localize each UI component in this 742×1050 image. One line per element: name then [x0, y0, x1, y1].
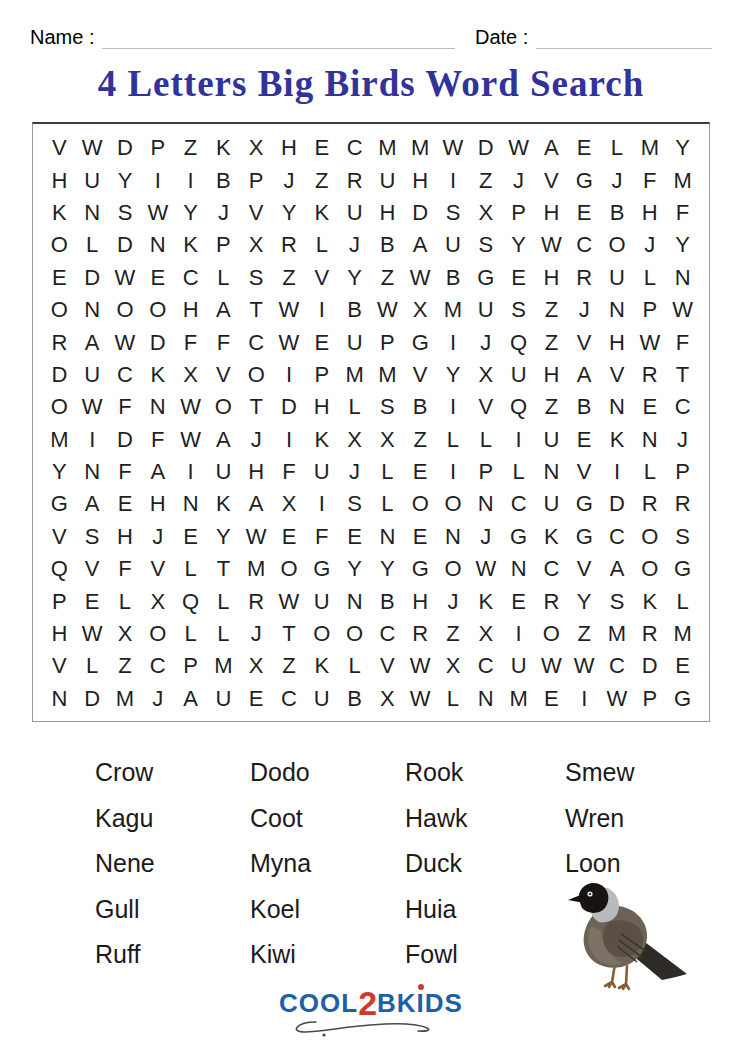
grid-cell-r1c1[interactable]: V: [43, 132, 76, 164]
grid-cell-r10c19[interactable]: N: [633, 424, 666, 456]
grid-cell-r11c2[interactable]: N: [76, 456, 109, 488]
grid-cell-r13c13[interactable]: N: [437, 521, 470, 553]
grid-cell-r10c13[interactable]: L: [437, 424, 470, 456]
grid-cell-r11c18[interactable]: I: [601, 456, 634, 488]
grid-cell-r2c11[interactable]: U: [371, 164, 404, 196]
grid-cell-r8c15[interactable]: U: [502, 359, 535, 391]
grid-cell-r3c8[interactable]: Y: [273, 197, 306, 229]
grid-cell-r8c12[interactable]: V: [404, 359, 437, 391]
grid-cell-r17c3[interactable]: Z: [109, 650, 142, 682]
grid-cell-r17c2[interactable]: L: [76, 650, 109, 682]
grid-cell-r7c16[interactable]: Z: [535, 326, 568, 358]
grid-cell-r15c13[interactable]: J: [437, 585, 470, 617]
grid-cell-r8c6[interactable]: V: [207, 359, 240, 391]
grid-cell-r16c15[interactable]: I: [502, 618, 535, 650]
grid-cell-r3c10[interactable]: U: [338, 197, 371, 229]
grid-cell-r10c1[interactable]: M: [43, 424, 76, 456]
grid-cell-r3c16[interactable]: H: [535, 197, 568, 229]
grid-cell-r12c6[interactable]: K: [207, 488, 240, 520]
grid-cell-r7c17[interactable]: V: [568, 326, 601, 358]
grid-cell-r3c7[interactable]: V: [240, 197, 273, 229]
grid-cell-r2c15[interactable]: J: [502, 164, 535, 196]
grid-cell-r9c3[interactable]: F: [109, 391, 142, 423]
grid-cell-r6c7[interactable]: T: [240, 294, 273, 326]
grid-cell-r13c16[interactable]: K: [535, 521, 568, 553]
grid-cell-r2c4[interactable]: I: [141, 164, 174, 196]
grid-cell-r12c2[interactable]: A: [76, 488, 109, 520]
grid-cell-r4c14[interactable]: S: [469, 229, 502, 261]
grid-cell-r14c16[interactable]: C: [535, 553, 568, 585]
grid-cell-r2c20[interactable]: M: [666, 164, 699, 196]
grid-cell-r3c9[interactable]: K: [305, 197, 338, 229]
grid-cell-r14c12[interactable]: G: [404, 553, 437, 585]
grid-cell-r7c13[interactable]: I: [437, 326, 470, 358]
grid-cell-r5c4[interactable]: E: [141, 262, 174, 294]
grid-cell-r13c20[interactable]: S: [666, 521, 699, 553]
grid-cell-r11c8[interactable]: F: [273, 456, 306, 488]
grid-cell-r9c8[interactable]: D: [273, 391, 306, 423]
grid-cell-r9c2[interactable]: W: [76, 391, 109, 423]
grid-cell-r10c4[interactable]: F: [141, 424, 174, 456]
grid-cell-r4c20[interactable]: Y: [666, 229, 699, 261]
grid-cell-r5c2[interactable]: D: [76, 262, 109, 294]
grid-cell-r15c1[interactable]: P: [43, 585, 76, 617]
grid-cell-r11c10[interactable]: J: [338, 456, 371, 488]
grid-cell-r4c17[interactable]: C: [568, 229, 601, 261]
grid-cell-r1c11[interactable]: M: [371, 132, 404, 164]
grid-cell-r9c14[interactable]: V: [469, 391, 502, 423]
grid-cell-r8c9[interactable]: P: [305, 359, 338, 391]
grid-cell-r16c4[interactable]: O: [141, 618, 174, 650]
grid-cell-r9c6[interactable]: O: [207, 391, 240, 423]
grid-cell-r15c18[interactable]: S: [601, 585, 634, 617]
grid-cell-r6c20[interactable]: W: [666, 294, 699, 326]
grid-cell-r12c17[interactable]: G: [568, 488, 601, 520]
grid-cell-r5c17[interactable]: R: [568, 262, 601, 294]
grid-cell-r18c14[interactable]: N: [469, 683, 502, 715]
grid-cell-r4c11[interactable]: B: [371, 229, 404, 261]
grid-cell-r15c14[interactable]: K: [469, 585, 502, 617]
grid-cell-r16c5[interactable]: L: [174, 618, 207, 650]
grid-cell-r1c2[interactable]: W: [76, 132, 109, 164]
grid-cell-r8c4[interactable]: K: [141, 359, 174, 391]
grid-cell-r18c15[interactable]: M: [502, 683, 535, 715]
grid-cell-r4c9[interactable]: L: [305, 229, 338, 261]
grid-cell-r10c6[interactable]: A: [207, 424, 240, 456]
grid-cell-r6c6[interactable]: A: [207, 294, 240, 326]
grid-cell-r9c11[interactable]: S: [371, 391, 404, 423]
grid-cell-r12c9[interactable]: I: [305, 488, 338, 520]
grid-cell-r4c1[interactable]: O: [43, 229, 76, 261]
grid-cell-r5c9[interactable]: V: [305, 262, 338, 294]
grid-cell-r11c17[interactable]: V: [568, 456, 601, 488]
grid-cell-r17c16[interactable]: W: [535, 650, 568, 682]
grid-cell-r6c8[interactable]: W: [273, 294, 306, 326]
grid-cell-r15c6[interactable]: L: [207, 585, 240, 617]
grid-cell-r9c12[interactable]: B: [404, 391, 437, 423]
grid-cell-r1c10[interactable]: C: [338, 132, 371, 164]
grid-cell-r16c13[interactable]: Z: [437, 618, 470, 650]
grid-cell-r6c9[interactable]: I: [305, 294, 338, 326]
grid-cell-r16c6[interactable]: L: [207, 618, 240, 650]
grid-cell-r13c12[interactable]: E: [404, 521, 437, 553]
grid-cell-r17c7[interactable]: X: [240, 650, 273, 682]
grid-cell-r10c3[interactable]: D: [109, 424, 142, 456]
grid-cell-r1c4[interactable]: P: [141, 132, 174, 164]
grid-cell-r12c20[interactable]: R: [666, 488, 699, 520]
grid-cell-r18c17[interactable]: I: [568, 683, 601, 715]
grid-cell-r11c4[interactable]: A: [141, 456, 174, 488]
grid-cell-r1c3[interactable]: D: [109, 132, 142, 164]
grid-cell-r10c5[interactable]: W: [174, 424, 207, 456]
grid-cell-r6c18[interactable]: N: [601, 294, 634, 326]
grid-cell-r11c3[interactable]: F: [109, 456, 142, 488]
grid-cell-r14c8[interactable]: O: [273, 553, 306, 585]
grid-cell-r17c5[interactable]: P: [174, 650, 207, 682]
grid-cell-r7c6[interactable]: F: [207, 326, 240, 358]
grid-cell-r7c3[interactable]: W: [109, 326, 142, 358]
grid-cell-r11c6[interactable]: U: [207, 456, 240, 488]
date-input-line[interactable]: [536, 26, 712, 49]
grid-cell-r14c20[interactable]: G: [666, 553, 699, 585]
grid-cell-r14c2[interactable]: V: [76, 553, 109, 585]
grid-cell-r17c20[interactable]: E: [666, 650, 699, 682]
grid-cell-r10c17[interactable]: E: [568, 424, 601, 456]
grid-cell-r6c1[interactable]: O: [43, 294, 76, 326]
grid-cell-r11c20[interactable]: P: [666, 456, 699, 488]
grid-cell-r16c1[interactable]: H: [43, 618, 76, 650]
grid-cell-r6c19[interactable]: P: [633, 294, 666, 326]
grid-cell-r8c1[interactable]: D: [43, 359, 76, 391]
grid-cell-r7c1[interactable]: R: [43, 326, 76, 358]
grid-cell-r8c18[interactable]: V: [601, 359, 634, 391]
grid-cell-r6c4[interactable]: O: [141, 294, 174, 326]
grid-cell-r1c19[interactable]: M: [633, 132, 666, 164]
grid-cell-r17c8[interactable]: Z: [273, 650, 306, 682]
grid-cell-r13c2[interactable]: S: [76, 521, 109, 553]
grid-cell-r8c7[interactable]: O: [240, 359, 273, 391]
grid-cell-r10c15[interactable]: I: [502, 424, 535, 456]
grid-cell-r3c4[interactable]: W: [141, 197, 174, 229]
grid-cell-r13c4[interactable]: J: [141, 521, 174, 553]
grid-cell-r9c18[interactable]: N: [601, 391, 634, 423]
grid-cell-r11c16[interactable]: N: [535, 456, 568, 488]
grid-cell-r18c18[interactable]: W: [601, 683, 634, 715]
grid-cell-r6c11[interactable]: W: [371, 294, 404, 326]
grid-cell-r18c9[interactable]: U: [305, 683, 338, 715]
grid-cell-r9c16[interactable]: Z: [535, 391, 568, 423]
grid-cell-r3c17[interactable]: E: [568, 197, 601, 229]
grid-cell-r5c5[interactable]: C: [174, 262, 207, 294]
grid-cell-r13c9[interactable]: F: [305, 521, 338, 553]
grid-cell-r3c20[interactable]: F: [666, 197, 699, 229]
grid-cell-r4c4[interactable]: N: [141, 229, 174, 261]
grid-cell-r4c16[interactable]: W: [535, 229, 568, 261]
grid-cell-r2c1[interactable]: H: [43, 164, 76, 196]
grid-cell-r13c18[interactable]: C: [601, 521, 634, 553]
grid-cell-r1c13[interactable]: W: [437, 132, 470, 164]
grid-cell-r12c12[interactable]: O: [404, 488, 437, 520]
grid-cell-r17c12[interactable]: W: [404, 650, 437, 682]
grid-cell-r11c1[interactable]: Y: [43, 456, 76, 488]
grid-cell-r13c8[interactable]: E: [273, 521, 306, 553]
grid-cell-r8c8[interactable]: I: [273, 359, 306, 391]
grid-cell-r18c1[interactable]: N: [43, 683, 76, 715]
grid-cell-r11c19[interactable]: L: [633, 456, 666, 488]
grid-cell-r2c17[interactable]: G: [568, 164, 601, 196]
grid-cell-r5c10[interactable]: Y: [338, 262, 371, 294]
grid-cell-r14c15[interactable]: N: [502, 553, 535, 585]
grid-cell-r4c5[interactable]: K: [174, 229, 207, 261]
grid-cell-r6c17[interactable]: J: [568, 294, 601, 326]
grid-cell-r15c9[interactable]: U: [305, 585, 338, 617]
grid-cell-r15c10[interactable]: N: [338, 585, 371, 617]
grid-cell-r2c8[interactable]: J: [273, 164, 306, 196]
grid-cell-r16c19[interactable]: R: [633, 618, 666, 650]
grid-cell-r13c15[interactable]: G: [502, 521, 535, 553]
grid-cell-r11c15[interactable]: L: [502, 456, 535, 488]
grid-cell-r14c11[interactable]: Y: [371, 553, 404, 585]
grid-cell-r2c12[interactable]: H: [404, 164, 437, 196]
grid-cell-r16c14[interactable]: X: [469, 618, 502, 650]
grid-cell-r14c19[interactable]: O: [633, 553, 666, 585]
grid-cell-r10c18[interactable]: K: [601, 424, 634, 456]
grid-cell-r5c14[interactable]: G: [469, 262, 502, 294]
grid-cell-r17c18[interactable]: C: [601, 650, 634, 682]
grid-cell-r5c19[interactable]: L: [633, 262, 666, 294]
grid-cell-r11c5[interactable]: I: [174, 456, 207, 488]
grid-cell-r14c5[interactable]: L: [174, 553, 207, 585]
grid-cell-r4c18[interactable]: O: [601, 229, 634, 261]
grid-cell-r12c14[interactable]: N: [469, 488, 502, 520]
grid-cell-r17c13[interactable]: X: [437, 650, 470, 682]
grid-cell-r5c11[interactable]: Z: [371, 262, 404, 294]
grid-cell-r2c13[interactable]: I: [437, 164, 470, 196]
grid-cell-r7c15[interactable]: Q: [502, 326, 535, 358]
grid-cell-r12c16[interactable]: U: [535, 488, 568, 520]
grid-cell-r12c18[interactable]: D: [601, 488, 634, 520]
grid-cell-r15c8[interactable]: W: [273, 585, 306, 617]
grid-cell-r13c7[interactable]: W: [240, 521, 273, 553]
grid-cell-r17c10[interactable]: L: [338, 650, 371, 682]
grid-cell-r18c5[interactable]: A: [174, 683, 207, 715]
grid-cell-r7c14[interactable]: J: [469, 326, 502, 358]
grid-cell-r10c9[interactable]: K: [305, 424, 338, 456]
grid-cell-r4c15[interactable]: Y: [502, 229, 535, 261]
grid-cell-r18c3[interactable]: M: [109, 683, 142, 715]
grid-cell-r2c14[interactable]: Z: [469, 164, 502, 196]
grid-cell-r4c2[interactable]: L: [76, 229, 109, 261]
grid-cell-r14c7[interactable]: M: [240, 553, 273, 585]
grid-cell-r9c15[interactable]: Q: [502, 391, 535, 423]
grid-cell-r1c15[interactable]: W: [502, 132, 535, 164]
grid-cell-r3c19[interactable]: H: [633, 197, 666, 229]
grid-cell-r15c17[interactable]: Y: [568, 585, 601, 617]
grid-cell-r3c14[interactable]: X: [469, 197, 502, 229]
grid-cell-r12c11[interactable]: L: [371, 488, 404, 520]
grid-cell-r12c5[interactable]: N: [174, 488, 207, 520]
grid-cell-r14c1[interactable]: Q: [43, 553, 76, 585]
grid-cell-r4c13[interactable]: U: [437, 229, 470, 261]
grid-cell-r18c20[interactable]: G: [666, 683, 699, 715]
grid-cell-r16c7[interactable]: J: [240, 618, 273, 650]
grid-cell-r15c5[interactable]: Q: [174, 585, 207, 617]
grid-cell-r14c4[interactable]: V: [141, 553, 174, 585]
grid-cell-r8c14[interactable]: X: [469, 359, 502, 391]
grid-cell-r8c11[interactable]: M: [371, 359, 404, 391]
grid-cell-r2c3[interactable]: Y: [109, 164, 142, 196]
grid-cell-r7c19[interactable]: W: [633, 326, 666, 358]
grid-cell-r7c12[interactable]: G: [404, 326, 437, 358]
grid-cell-r2c9[interactable]: Z: [305, 164, 338, 196]
grid-cell-r4c6[interactable]: P: [207, 229, 240, 261]
grid-cell-r13c1[interactable]: V: [43, 521, 76, 553]
grid-cell-r6c5[interactable]: H: [174, 294, 207, 326]
grid-cell-r7c7[interactable]: C: [240, 326, 273, 358]
grid-cell-r1c18[interactable]: L: [601, 132, 634, 164]
grid-cell-r13c19[interactable]: O: [633, 521, 666, 553]
grid-cell-r7c20[interactable]: F: [666, 326, 699, 358]
grid-cell-r1c7[interactable]: X: [240, 132, 273, 164]
grid-cell-r18c19[interactable]: P: [633, 683, 666, 715]
grid-cell-r16c10[interactable]: O: [338, 618, 371, 650]
grid-cell-r10c11[interactable]: X: [371, 424, 404, 456]
grid-cell-r14c13[interactable]: O: [437, 553, 470, 585]
grid-cell-r17c4[interactable]: C: [141, 650, 174, 682]
grid-cell-r14c9[interactable]: G: [305, 553, 338, 585]
grid-cell-r1c14[interactable]: D: [469, 132, 502, 164]
grid-cell-r10c14[interactable]: L: [469, 424, 502, 456]
grid-cell-r9c13[interactable]: I: [437, 391, 470, 423]
grid-cell-r11c11[interactable]: L: [371, 456, 404, 488]
grid-cell-r2c10[interactable]: R: [338, 164, 371, 196]
grid-cell-r12c10[interactable]: S: [338, 488, 371, 520]
grid-cell-r10c2[interactable]: I: [76, 424, 109, 456]
grid-cell-r2c2[interactable]: U: [76, 164, 109, 196]
grid-cell-r1c9[interactable]: E: [305, 132, 338, 164]
grid-cell-r16c17[interactable]: Z: [568, 618, 601, 650]
name-input-line[interactable]: [102, 26, 455, 49]
grid-cell-r12c8[interactable]: X: [273, 488, 306, 520]
grid-cell-r16c20[interactable]: M: [666, 618, 699, 650]
grid-cell-r13c3[interactable]: H: [109, 521, 142, 553]
grid-cell-r3c1[interactable]: K: [43, 197, 76, 229]
grid-cell-r15c7[interactable]: R: [240, 585, 273, 617]
grid-cell-r18c6[interactable]: U: [207, 683, 240, 715]
grid-cell-r9c4[interactable]: N: [141, 391, 174, 423]
grid-cell-r12c15[interactable]: C: [502, 488, 535, 520]
grid-cell-r6c10[interactable]: B: [338, 294, 371, 326]
grid-cell-r16c8[interactable]: T: [273, 618, 306, 650]
grid-cell-r18c2[interactable]: D: [76, 683, 109, 715]
grid-cell-r8c10[interactable]: M: [338, 359, 371, 391]
grid-cell-r2c19[interactable]: F: [633, 164, 666, 196]
grid-cell-r1c8[interactable]: H: [273, 132, 306, 164]
grid-cell-r8c2[interactable]: U: [76, 359, 109, 391]
grid-cell-r1c5[interactable]: Z: [174, 132, 207, 164]
grid-cell-r9c1[interactable]: O: [43, 391, 76, 423]
grid-cell-r5c3[interactable]: W: [109, 262, 142, 294]
grid-cell-r7c2[interactable]: A: [76, 326, 109, 358]
grid-cell-r14c17[interactable]: V: [568, 553, 601, 585]
grid-cell-r6c15[interactable]: S: [502, 294, 535, 326]
grid-cell-r5c18[interactable]: U: [601, 262, 634, 294]
grid-cell-r17c11[interactable]: V: [371, 650, 404, 682]
grid-cell-r3c13[interactable]: S: [437, 197, 470, 229]
grid-cell-r3c15[interactable]: P: [502, 197, 535, 229]
grid-cell-r16c3[interactable]: X: [109, 618, 142, 650]
grid-cell-r16c11[interactable]: C: [371, 618, 404, 650]
grid-cell-r5c8[interactable]: Z: [273, 262, 306, 294]
grid-cell-r3c6[interactable]: J: [207, 197, 240, 229]
grid-cell-r10c7[interactable]: J: [240, 424, 273, 456]
grid-cell-r9c17[interactable]: B: [568, 391, 601, 423]
grid-cell-r13c6[interactable]: Y: [207, 521, 240, 553]
grid-cell-r1c17[interactable]: E: [568, 132, 601, 164]
grid-cell-r9c20[interactable]: C: [666, 391, 699, 423]
grid-cell-r11c12[interactable]: E: [404, 456, 437, 488]
grid-cell-r4c12[interactable]: A: [404, 229, 437, 261]
grid-cell-r17c9[interactable]: K: [305, 650, 338, 682]
grid-cell-r8c20[interactable]: T: [666, 359, 699, 391]
grid-cell-r8c5[interactable]: X: [174, 359, 207, 391]
grid-cell-r18c7[interactable]: E: [240, 683, 273, 715]
grid-cell-r17c6[interactable]: M: [207, 650, 240, 682]
grid-cell-r16c2[interactable]: W: [76, 618, 109, 650]
grid-cell-r8c19[interactable]: R: [633, 359, 666, 391]
grid-cell-r2c5[interactable]: I: [174, 164, 207, 196]
grid-cell-r7c18[interactable]: H: [601, 326, 634, 358]
grid-cell-r16c16[interactable]: O: [535, 618, 568, 650]
grid-cell-r15c19[interactable]: K: [633, 585, 666, 617]
grid-cell-r9c5[interactable]: W: [174, 391, 207, 423]
grid-cell-r3c18[interactable]: B: [601, 197, 634, 229]
grid-cell-r6c13[interactable]: M: [437, 294, 470, 326]
grid-cell-r4c7[interactable]: X: [240, 229, 273, 261]
grid-cell-r11c9[interactable]: U: [305, 456, 338, 488]
grid-cell-r4c3[interactable]: D: [109, 229, 142, 261]
grid-cell-r2c7[interactable]: P: [240, 164, 273, 196]
grid-cell-r18c4[interactable]: J: [141, 683, 174, 715]
grid-cell-r12c13[interactable]: O: [437, 488, 470, 520]
grid-cell-r12c7[interactable]: A: [240, 488, 273, 520]
grid-cell-r7c5[interactable]: F: [174, 326, 207, 358]
grid-cell-r7c9[interactable]: E: [305, 326, 338, 358]
grid-cell-r1c12[interactable]: M: [404, 132, 437, 164]
grid-cell-r12c4[interactable]: H: [141, 488, 174, 520]
grid-cell-r1c16[interactable]: A: [535, 132, 568, 164]
grid-cell-r4c10[interactable]: J: [338, 229, 371, 261]
grid-cell-r15c20[interactable]: L: [666, 585, 699, 617]
grid-cell-r3c2[interactable]: N: [76, 197, 109, 229]
grid-cell-r15c3[interactable]: L: [109, 585, 142, 617]
grid-cell-r1c20[interactable]: Y: [666, 132, 699, 164]
grid-cell-r5c15[interactable]: E: [502, 262, 535, 294]
grid-cell-r12c3[interactable]: E: [109, 488, 142, 520]
grid-cell-r6c2[interactable]: N: [76, 294, 109, 326]
grid-cell-r2c18[interactable]: J: [601, 164, 634, 196]
grid-cell-r5c12[interactable]: W: [404, 262, 437, 294]
grid-cell-r5c16[interactable]: H: [535, 262, 568, 294]
grid-cell-r18c11[interactable]: X: [371, 683, 404, 715]
grid-cell-r10c16[interactable]: U: [535, 424, 568, 456]
grid-cell-r16c12[interactable]: R: [404, 618, 437, 650]
grid-cell-r15c11[interactable]: B: [371, 585, 404, 617]
grid-cell-r11c14[interactable]: P: [469, 456, 502, 488]
grid-cell-r3c3[interactable]: S: [109, 197, 142, 229]
grid-cell-r9c19[interactable]: E: [633, 391, 666, 423]
grid-cell-r14c10[interactable]: Y: [338, 553, 371, 585]
